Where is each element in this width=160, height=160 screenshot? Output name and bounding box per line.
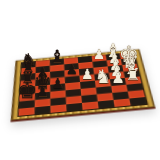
- square-a4: [82, 101, 99, 110]
- square-a2: [113, 98, 130, 107]
- square-a5: [66, 103, 82, 112]
- square-a3: [98, 100, 115, 109]
- chess-set-photo: ♞♜♝♜♟♟♛♚♟♟♟♟♞♟♝♟♟♟♟♚♛♝♜: [0, 0, 160, 160]
- square-a8: [18, 107, 34, 116]
- square-a6: [50, 104, 66, 113]
- square-a1: [129, 97, 147, 106]
- board-grid: [17, 52, 148, 117]
- square-a7: [34, 106, 50, 115]
- chess-board: [11, 49, 156, 120]
